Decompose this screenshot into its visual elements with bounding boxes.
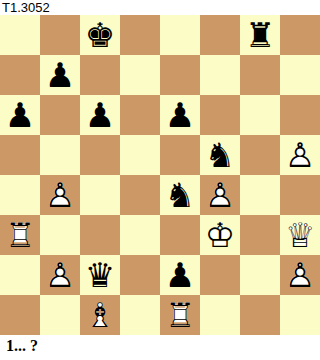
square-b7[interactable]: ♟ bbox=[40, 55, 80, 95]
square-b1[interactable] bbox=[40, 295, 80, 335]
white-pawn-piece[interactable]: ♟♙ bbox=[40, 175, 80, 215]
square-a1[interactable] bbox=[0, 295, 40, 335]
white-pawn-piece[interactable]: ♟♙ bbox=[40, 255, 80, 295]
square-d1[interactable] bbox=[120, 295, 160, 335]
white-bishop-piece[interactable]: ♝♗ bbox=[80, 295, 120, 335]
square-e5[interactable] bbox=[160, 135, 200, 175]
white-piece-outline: ♔ bbox=[200, 215, 240, 255]
square-e2[interactable]: ♟ bbox=[160, 255, 200, 295]
square-h6[interactable] bbox=[280, 95, 320, 135]
square-g5[interactable] bbox=[240, 135, 280, 175]
square-c5[interactable] bbox=[80, 135, 120, 175]
square-a8[interactable] bbox=[0, 15, 40, 55]
square-g4[interactable] bbox=[240, 175, 280, 215]
black-pawn-piece[interactable]: ♟ bbox=[160, 255, 200, 295]
square-d2[interactable] bbox=[120, 255, 160, 295]
square-h3[interactable]: ♛♕ bbox=[280, 215, 320, 255]
square-e6[interactable]: ♟ bbox=[160, 95, 200, 135]
puzzle-id: T1.3052 bbox=[0, 0, 320, 15]
square-a7[interactable] bbox=[0, 55, 40, 95]
black-knight-piece[interactable]: ♞ bbox=[200, 135, 240, 175]
square-b3[interactable] bbox=[40, 215, 80, 255]
square-e4[interactable]: ♞ bbox=[160, 175, 200, 215]
white-piece-outline: ♕ bbox=[280, 215, 320, 255]
square-d6[interactable] bbox=[120, 95, 160, 135]
square-a5[interactable] bbox=[0, 135, 40, 175]
square-f5[interactable]: ♞ bbox=[200, 135, 240, 175]
square-d8[interactable] bbox=[120, 15, 160, 55]
white-piece-outline: ♖ bbox=[160, 295, 200, 335]
white-rook-piece[interactable]: ♜♖ bbox=[0, 215, 40, 255]
chess-board: ♚♜♟♟♟♟♞♟♙♟♙♞♟♙♜♖♚♔♛♕♟♙♛♟♟♙♝♗♜♖ bbox=[0, 15, 320, 335]
white-queen-piece[interactable]: ♛♕ bbox=[280, 215, 320, 255]
square-d4[interactable] bbox=[120, 175, 160, 215]
square-e8[interactable] bbox=[160, 15, 200, 55]
black-king-piece[interactable]: ♚ bbox=[80, 15, 120, 55]
white-king-piece[interactable]: ♚♔ bbox=[200, 215, 240, 255]
square-c6[interactable]: ♟ bbox=[80, 95, 120, 135]
square-a2[interactable] bbox=[0, 255, 40, 295]
white-piece-outline: ♙ bbox=[40, 175, 80, 215]
square-f3[interactable]: ♚♔ bbox=[200, 215, 240, 255]
white-piece-outline: ♖ bbox=[0, 215, 40, 255]
square-b2[interactable]: ♟♙ bbox=[40, 255, 80, 295]
square-a3[interactable]: ♜♖ bbox=[0, 215, 40, 255]
square-c1[interactable]: ♝♗ bbox=[80, 295, 120, 335]
square-e7[interactable] bbox=[160, 55, 200, 95]
black-queen-piece[interactable]: ♛ bbox=[80, 255, 120, 295]
white-piece-outline: ♗ bbox=[80, 295, 120, 335]
square-b8[interactable] bbox=[40, 15, 80, 55]
black-pawn-piece[interactable]: ♟ bbox=[40, 55, 80, 95]
square-b4[interactable]: ♟♙ bbox=[40, 175, 80, 215]
square-f4[interactable]: ♟♙ bbox=[200, 175, 240, 215]
move-prompt: 1... ? bbox=[0, 335, 320, 360]
square-g7[interactable] bbox=[240, 55, 280, 95]
square-g2[interactable] bbox=[240, 255, 280, 295]
square-b5[interactable] bbox=[40, 135, 80, 175]
square-h5[interactable]: ♟♙ bbox=[280, 135, 320, 175]
black-pawn-piece[interactable]: ♟ bbox=[0, 95, 40, 135]
square-g3[interactable] bbox=[240, 215, 280, 255]
square-b6[interactable] bbox=[40, 95, 80, 135]
square-g1[interactable] bbox=[240, 295, 280, 335]
square-d5[interactable] bbox=[120, 135, 160, 175]
square-f6[interactable] bbox=[200, 95, 240, 135]
square-f7[interactable] bbox=[200, 55, 240, 95]
white-pawn-piece[interactable]: ♟♙ bbox=[280, 255, 320, 295]
white-piece-outline: ♙ bbox=[280, 135, 320, 175]
square-h2[interactable]: ♟♙ bbox=[280, 255, 320, 295]
black-knight-piece[interactable]: ♞ bbox=[160, 175, 200, 215]
white-piece-outline: ♙ bbox=[200, 175, 240, 215]
square-h7[interactable] bbox=[280, 55, 320, 95]
white-pawn-piece[interactable]: ♟♙ bbox=[280, 135, 320, 175]
square-c8[interactable]: ♚ bbox=[80, 15, 120, 55]
square-a4[interactable] bbox=[0, 175, 40, 215]
square-h4[interactable] bbox=[280, 175, 320, 215]
square-d3[interactable] bbox=[120, 215, 160, 255]
square-f2[interactable] bbox=[200, 255, 240, 295]
square-g8[interactable]: ♜ bbox=[240, 15, 280, 55]
white-pawn-piece[interactable]: ♟♙ bbox=[200, 175, 240, 215]
white-piece-outline: ♙ bbox=[40, 255, 80, 295]
black-rook-piece[interactable]: ♜ bbox=[240, 15, 280, 55]
square-h8[interactable] bbox=[280, 15, 320, 55]
square-h1[interactable] bbox=[280, 295, 320, 335]
square-c3[interactable] bbox=[80, 215, 120, 255]
square-f1[interactable] bbox=[200, 295, 240, 335]
square-f8[interactable] bbox=[200, 15, 240, 55]
square-g6[interactable] bbox=[240, 95, 280, 135]
black-pawn-piece[interactable]: ♟ bbox=[160, 95, 200, 135]
square-e3[interactable] bbox=[160, 215, 200, 255]
black-pawn-piece[interactable]: ♟ bbox=[80, 95, 120, 135]
square-c2[interactable]: ♛ bbox=[80, 255, 120, 295]
square-c4[interactable] bbox=[80, 175, 120, 215]
square-c7[interactable] bbox=[80, 55, 120, 95]
square-a6[interactable]: ♟ bbox=[0, 95, 40, 135]
square-e1[interactable]: ♜♖ bbox=[160, 295, 200, 335]
white-rook-piece[interactable]: ♜♖ bbox=[160, 295, 200, 335]
white-piece-outline: ♙ bbox=[280, 255, 320, 295]
square-d7[interactable] bbox=[120, 55, 160, 95]
